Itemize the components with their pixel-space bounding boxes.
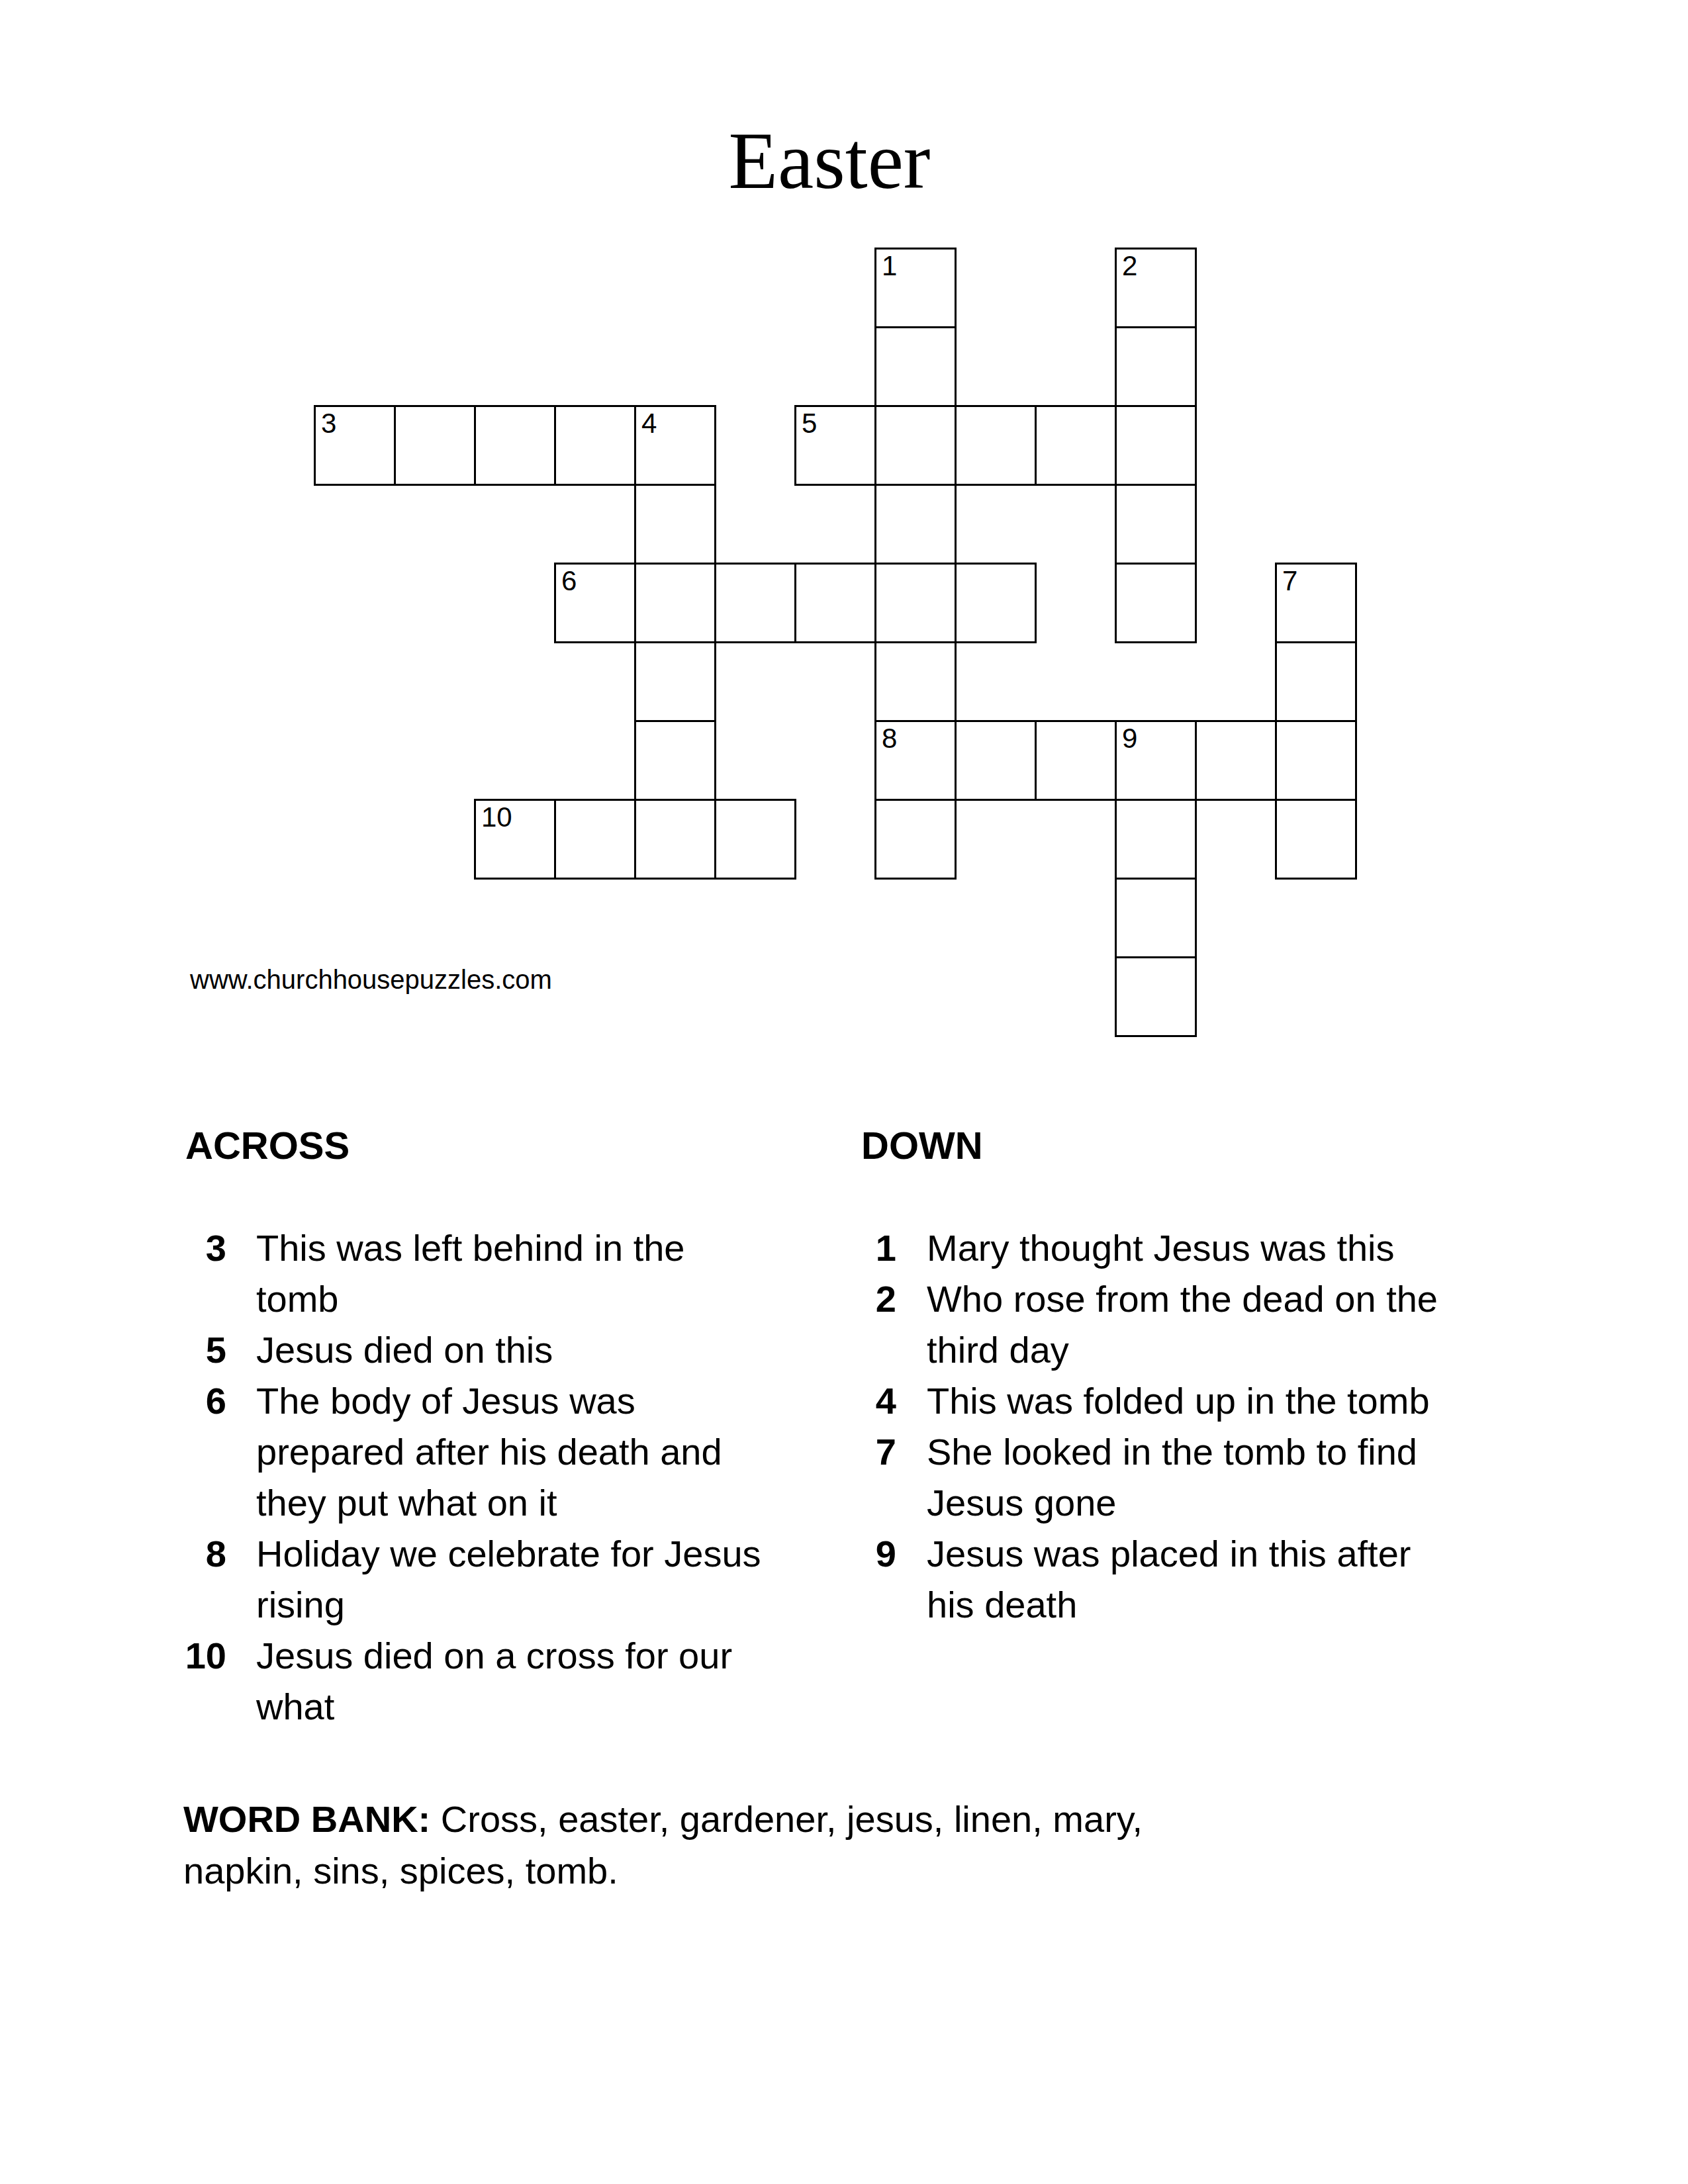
grid-cell [794, 563, 876, 643]
clue-text: This was left behind in the tomb [256, 1222, 684, 1324]
clue-item: 3 This was left behind in the tomb [183, 1222, 878, 1324]
down-clue-list: 1 Mary thought Jesus was this 2 Who rose… [859, 1222, 1554, 1630]
grid-cell [634, 484, 716, 565]
clue-number: 4 [859, 1375, 896, 1426]
clue-text: The body of Jesus was prepared after his… [256, 1375, 722, 1528]
clue-number: 4 [641, 408, 657, 439]
grid-cell: 3 [314, 405, 396, 486]
clue-item: 10 Jesus died on a cross for our what [183, 1630, 878, 1732]
grid-cell [955, 405, 1037, 486]
clue-item: 8 Holiday we celebrate for Jesus rising [183, 1528, 878, 1630]
grid-cell [1035, 405, 1117, 486]
clue-number: 2 [1122, 251, 1137, 281]
worksheet-page: Easter 12345678910 www.churchhousepuzzle… [0, 0, 1688, 2184]
clue-item: 7 She looked in the tomb to find Jesus g… [859, 1426, 1554, 1528]
clue-text: She looked in the tomb to find Jesus gon… [927, 1426, 1417, 1528]
grid-cell [1115, 326, 1197, 407]
clue-number: 2 [859, 1273, 896, 1324]
grid-cell: 1 [874, 248, 957, 328]
clue-number: 3 [183, 1222, 226, 1273]
clue-item: 9 Jesus was placed in this after his dea… [859, 1528, 1554, 1630]
grid-cell [1115, 484, 1197, 565]
clue-text: Jesus died on this [256, 1324, 553, 1375]
grid-cell: 7 [1275, 563, 1357, 643]
clue-item: 2 Who rose from the dead on the third da… [859, 1273, 1554, 1375]
grid-cell [1275, 641, 1357, 722]
grid-cell [1115, 405, 1197, 486]
grid-cell: 9 [1115, 720, 1197, 801]
clue-number: 7 [859, 1426, 896, 1477]
clue-number: 5 [183, 1324, 226, 1375]
grid-cell: 6 [554, 563, 636, 643]
grid-cell [874, 799, 957, 880]
clue-item: 1 Mary thought Jesus was this [859, 1222, 1554, 1273]
grid-cell [554, 405, 636, 486]
grid-cell [874, 484, 957, 565]
clue-text: Mary thought Jesus was this [927, 1222, 1395, 1273]
clue-number: 3 [321, 408, 336, 439]
grid-cell [1195, 720, 1277, 801]
down-header: DOWN [861, 1126, 983, 1165]
grid-cell [1115, 956, 1197, 1037]
grid-cell [634, 641, 716, 722]
grid-cell [1275, 799, 1357, 880]
clue-text: Jesus was placed in this after his death [927, 1528, 1411, 1630]
across-header: ACROSS [185, 1126, 350, 1165]
across-clue-list: 3 This was left behind in the tomb 5 Jes… [183, 1222, 878, 1732]
clue-text: Who rose from the dead on the third day [927, 1273, 1438, 1375]
grid-cell [1275, 720, 1357, 801]
word-bank-label: WORD BANK: [183, 1798, 430, 1840]
clue-text: Holiday we celebrate for Jesus rising [256, 1528, 761, 1630]
clue-text: Jesus died on a cross for our what [256, 1630, 732, 1732]
clue-number: 9 [1122, 723, 1137, 754]
grid-cell: 5 [794, 405, 876, 486]
grid-cell [474, 405, 556, 486]
clue-number: 5 [802, 408, 817, 439]
grid-cell [874, 405, 957, 486]
grid-cell: 10 [474, 799, 556, 880]
grid-cell: 8 [874, 720, 957, 801]
clue-number: 8 [882, 723, 897, 754]
grid-cell [955, 563, 1037, 643]
clue-number: 10 [481, 802, 512, 833]
clue-number: 7 [1282, 566, 1297, 596]
grid-cell [1115, 799, 1197, 880]
clue-text: This was folded up in the tomb [927, 1375, 1430, 1426]
grid-cell [874, 641, 957, 722]
grid-cell [634, 799, 716, 880]
grid-cell [1035, 720, 1117, 801]
crossword-grid: 12345678910 [314, 248, 1357, 1037]
grid-cell [634, 720, 716, 801]
clue-number: 6 [561, 566, 577, 596]
clue-item: 4 This was folded up in the tomb [859, 1375, 1554, 1426]
grid-cell [634, 563, 716, 643]
grid-cell [554, 799, 636, 880]
grid-cell [394, 405, 476, 486]
grid-cell [1115, 878, 1197, 958]
source-url: www.churchhousepuzzles.com [190, 965, 552, 994]
page-title: Easter [729, 116, 931, 205]
grid-cell [714, 563, 796, 643]
clue-item: 6 The body of Jesus was prepared after h… [183, 1375, 878, 1528]
grid-cell [714, 799, 796, 880]
clue-number: 6 [183, 1375, 226, 1426]
grid-cell: 2 [1115, 248, 1197, 328]
clue-item: 5 Jesus died on this [183, 1324, 878, 1375]
grid-cell: 4 [634, 405, 716, 486]
clue-number: 8 [183, 1528, 226, 1579]
grid-cell [1115, 563, 1197, 643]
clue-number: 1 [859, 1222, 896, 1273]
clue-number: 10 [183, 1630, 226, 1681]
word-bank: WORD BANK: Cross, easter, gardener, jesu… [183, 1794, 1474, 1897]
grid-cell [874, 563, 957, 643]
clue-number: 9 [859, 1528, 896, 1579]
clue-number: 1 [882, 251, 897, 281]
grid-cell [874, 326, 957, 407]
grid-cell [955, 720, 1037, 801]
